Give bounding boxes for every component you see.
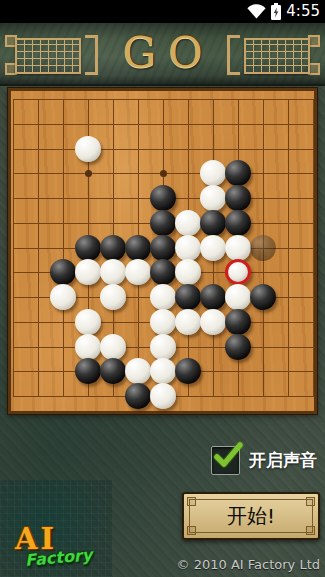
stone-white bbox=[175, 210, 201, 236]
stone-black bbox=[100, 358, 126, 384]
start-button[interactable]: 开始! bbox=[182, 492, 320, 540]
stone-white bbox=[150, 358, 176, 384]
stone-white bbox=[225, 284, 251, 310]
go-board[interactable] bbox=[8, 88, 317, 414]
stone-black bbox=[100, 235, 126, 261]
star-point bbox=[160, 170, 167, 177]
stone-black bbox=[125, 383, 151, 409]
stone-white bbox=[225, 235, 251, 261]
stone-white bbox=[75, 136, 101, 162]
stone-white bbox=[175, 235, 201, 261]
stone-white bbox=[200, 160, 226, 186]
stone-black bbox=[225, 309, 251, 335]
stone-white bbox=[125, 358, 151, 384]
stone-black bbox=[225, 334, 251, 360]
stone-black bbox=[200, 210, 226, 236]
stone-white bbox=[150, 383, 176, 409]
status-bar: 4:55 bbox=[0, 0, 325, 23]
stone-white bbox=[100, 259, 126, 285]
stone-white bbox=[100, 334, 126, 360]
stone-black bbox=[150, 210, 176, 236]
app-screen: 4:55 GO 开启声音 开始 bbox=[0, 0, 325, 577]
sound-checkbox[interactable] bbox=[211, 446, 240, 475]
title-banner: GO bbox=[0, 23, 325, 86]
battery-charging-icon bbox=[271, 3, 281, 20]
go-board-grid bbox=[11, 91, 314, 411]
stone-black bbox=[175, 284, 201, 310]
stone-white bbox=[200, 235, 226, 261]
stone-black bbox=[225, 160, 251, 186]
status-time: 4:55 bbox=[286, 4, 320, 19]
copyright-text: © 2010 AI Factory Ltd bbox=[177, 557, 320, 572]
stone-white bbox=[150, 334, 176, 360]
stone-white bbox=[175, 309, 201, 335]
stone-black bbox=[200, 284, 226, 310]
start-button-label: 开始! bbox=[184, 494, 318, 538]
stone-black bbox=[50, 259, 76, 285]
sound-toggle-row[interactable]: 开启声音 bbox=[211, 446, 317, 475]
stone-white-last-move bbox=[225, 259, 251, 285]
sound-checkbox-label: 开启声音 bbox=[249, 449, 317, 472]
stone-white bbox=[100, 284, 126, 310]
stone-white bbox=[125, 259, 151, 285]
lattice-pattern-icon bbox=[244, 38, 310, 74]
stone-white bbox=[200, 309, 226, 335]
stone-black bbox=[225, 185, 251, 211]
stone-black bbox=[150, 235, 176, 261]
stone-black bbox=[75, 358, 101, 384]
star-point bbox=[85, 170, 92, 177]
stone-white bbox=[75, 309, 101, 335]
stone-black bbox=[150, 185, 176, 211]
stone-white bbox=[150, 309, 176, 335]
stone-white bbox=[75, 334, 101, 360]
stone-black bbox=[175, 358, 201, 384]
stone-white bbox=[150, 284, 176, 310]
banner-ornament-right bbox=[227, 35, 319, 75]
stone-white bbox=[200, 185, 226, 211]
stone-black bbox=[150, 259, 176, 285]
stone-black bbox=[250, 284, 276, 310]
stone-black bbox=[75, 235, 101, 261]
ghost-stone-black bbox=[250, 235, 276, 261]
stone-black bbox=[225, 210, 251, 236]
stone-black bbox=[125, 235, 151, 261]
checkmark-icon bbox=[213, 440, 245, 472]
stone-white bbox=[75, 259, 101, 285]
stone-white bbox=[50, 284, 76, 310]
wifi-icon bbox=[247, 4, 266, 19]
stone-white bbox=[175, 259, 201, 285]
